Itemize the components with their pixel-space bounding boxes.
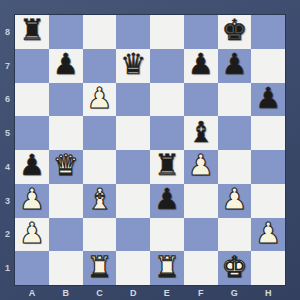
square-h6[interactable]: ♟ — [251, 83, 285, 117]
rank-label-7: 7 — [0, 49, 15, 83]
rank-labels: 8 7 6 5 4 3 2 1 — [0, 15, 15, 285]
square-e4[interactable]: ♜ — [150, 150, 184, 184]
file-labels: A B C D E F G H — [15, 285, 285, 300]
square-c8[interactable] — [83, 15, 117, 49]
square-d4[interactable] — [116, 150, 150, 184]
square-b7[interactable]: ♟ — [49, 49, 83, 83]
square-e8[interactable] — [150, 15, 184, 49]
square-c3[interactable]: ♝ — [83, 184, 117, 218]
square-b2[interactable] — [49, 218, 83, 252]
square-a8[interactable]: ♜ — [15, 15, 49, 49]
square-c7[interactable] — [83, 49, 117, 83]
square-d5[interactable] — [116, 116, 150, 150]
file-label-e: E — [150, 285, 184, 300]
square-d8[interactable] — [116, 15, 150, 49]
square-a6[interactable] — [15, 83, 49, 117]
white-rook[interactable]: ♜ — [154, 253, 180, 282]
square-h1[interactable] — [251, 251, 285, 285]
square-f2[interactable] — [184, 218, 218, 252]
chess-board[interactable]: ♜♚♟♛♟♟♟♟♝♟♛♜♟♟♝♟♟♟♟♜♜♚ — [15, 15, 285, 285]
file-label-c: C — [83, 285, 117, 300]
square-e1[interactable]: ♜ — [150, 251, 184, 285]
square-g5[interactable] — [218, 116, 252, 150]
square-h3[interactable] — [251, 184, 285, 218]
square-b4[interactable]: ♛ — [49, 150, 83, 184]
square-c1[interactable]: ♜ — [83, 251, 117, 285]
square-b6[interactable] — [49, 83, 83, 117]
square-a4[interactable]: ♟ — [15, 150, 49, 184]
square-d2[interactable] — [116, 218, 150, 252]
square-g3[interactable]: ♟ — [218, 184, 252, 218]
black-pawn[interactable]: ♟ — [188, 50, 214, 79]
square-h8[interactable] — [251, 15, 285, 49]
file-label-f: F — [184, 285, 218, 300]
black-pawn[interactable]: ♟ — [19, 151, 45, 180]
black-rook[interactable]: ♜ — [154, 151, 180, 180]
black-pawn[interactable]: ♟ — [221, 50, 247, 79]
square-h7[interactable] — [251, 49, 285, 83]
file-label-g: G — [218, 285, 252, 300]
square-c2[interactable] — [83, 218, 117, 252]
square-a2[interactable]: ♟ — [15, 218, 49, 252]
black-pawn[interactable]: ♟ — [255, 84, 281, 113]
square-e3[interactable]: ♟ — [150, 184, 184, 218]
chess-board-frame: 8 7 6 5 4 3 2 1 ♜♚♟♛♟♟♟♟♝♟♛♜♟♟♝♟♟♟♟♜♜♚ A… — [0, 0, 300, 300]
square-f1[interactable] — [184, 251, 218, 285]
square-a3[interactable]: ♟ — [15, 184, 49, 218]
black-rook[interactable]: ♜ — [19, 16, 45, 45]
white-pawn[interactable]: ♟ — [19, 185, 45, 214]
square-f4[interactable]: ♟ — [184, 150, 218, 184]
white-pawn[interactable]: ♟ — [221, 185, 247, 214]
file-label-h: H — [251, 285, 285, 300]
file-label-a: A — [15, 285, 49, 300]
rank-label-5: 5 — [0, 116, 15, 150]
white-queen[interactable]: ♛ — [53, 151, 79, 180]
black-king[interactable]: ♚ — [221, 16, 247, 45]
rank-label-4: 4 — [0, 150, 15, 184]
square-g6[interactable] — [218, 83, 252, 117]
rank-label-1: 1 — [0, 251, 15, 285]
square-a7[interactable] — [15, 49, 49, 83]
black-pawn[interactable]: ♟ — [53, 50, 79, 79]
white-pawn[interactable]: ♟ — [188, 151, 214, 180]
square-c6[interactable]: ♟ — [83, 83, 117, 117]
square-c4[interactable] — [83, 150, 117, 184]
square-a1[interactable] — [15, 251, 49, 285]
black-pawn[interactable]: ♟ — [154, 185, 180, 214]
square-c5[interactable] — [83, 116, 117, 150]
square-h5[interactable] — [251, 116, 285, 150]
black-queen[interactable]: ♛ — [120, 50, 146, 79]
square-g2[interactable] — [218, 218, 252, 252]
square-a5[interactable] — [15, 116, 49, 150]
square-b3[interactable] — [49, 184, 83, 218]
square-f7[interactable]: ♟ — [184, 49, 218, 83]
white-pawn[interactable]: ♟ — [86, 84, 112, 113]
square-g8[interactable]: ♚ — [218, 15, 252, 49]
square-d7[interactable]: ♛ — [116, 49, 150, 83]
white-pawn[interactable]: ♟ — [19, 219, 45, 248]
square-g7[interactable]: ♟ — [218, 49, 252, 83]
square-f5[interactable]: ♝ — [184, 116, 218, 150]
square-f8[interactable] — [184, 15, 218, 49]
file-label-d: D — [116, 285, 150, 300]
square-g1[interactable]: ♚ — [218, 251, 252, 285]
rank-label-6: 6 — [0, 83, 15, 117]
file-label-b: B — [49, 285, 83, 300]
white-bishop[interactable]: ♝ — [86, 185, 112, 214]
square-b8[interactable] — [49, 15, 83, 49]
square-h4[interactable] — [251, 150, 285, 184]
square-e5[interactable] — [150, 116, 184, 150]
square-d1[interactable] — [116, 251, 150, 285]
black-bishop[interactable]: ♝ — [188, 118, 214, 147]
white-king[interactable]: ♚ — [221, 253, 247, 282]
rank-label-8: 8 — [0, 15, 15, 49]
square-e7[interactable] — [150, 49, 184, 83]
square-e2[interactable] — [150, 218, 184, 252]
square-b5[interactable] — [49, 116, 83, 150]
square-f6[interactable] — [184, 83, 218, 117]
square-d6[interactable] — [116, 83, 150, 117]
square-h2[interactable]: ♟ — [251, 218, 285, 252]
square-f3[interactable] — [184, 184, 218, 218]
square-e6[interactable] — [150, 83, 184, 117]
rank-label-3: 3 — [0, 184, 15, 218]
square-d3[interactable] — [116, 184, 150, 218]
square-g4[interactable] — [218, 150, 252, 184]
square-b1[interactable] — [49, 251, 83, 285]
white-rook[interactable]: ♜ — [86, 253, 112, 282]
white-pawn[interactable]: ♟ — [255, 219, 281, 248]
rank-label-2: 2 — [0, 218, 15, 252]
